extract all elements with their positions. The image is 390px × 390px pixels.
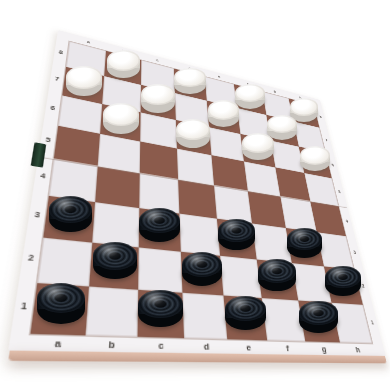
white-checker-top (208, 100, 240, 120)
white-checker-top (103, 103, 139, 125)
black-checker-top (49, 196, 92, 223)
checker-piece-black[interactable] (325, 266, 361, 296)
checker-piece-white[interactable] (66, 66, 102, 96)
black-checker-top (287, 228, 322, 250)
checker-piece-black[interactable] (258, 259, 296, 291)
white-checker-top (242, 133, 274, 153)
checker-piece-black[interactable] (287, 228, 322, 258)
black-checker-top (299, 301, 337, 325)
checker-piece-white[interactable] (235, 84, 265, 109)
checker-piece-white[interactable] (176, 119, 210, 148)
black-checker-top (139, 208, 179, 233)
checker-piece-black[interactable] (225, 296, 266, 331)
checker-piece-black[interactable] (299, 301, 337, 333)
photo-stage: 8877665544332211aabbccddeeffgghh (0, 0, 390, 390)
checker-piece-black[interactable] (218, 219, 255, 250)
checker-piece-black[interactable] (37, 283, 85, 323)
checker-piece-white[interactable] (141, 84, 175, 112)
white-checker-top (66, 66, 102, 88)
black-checker-top (182, 252, 223, 277)
checker-piece-white[interactable] (174, 68, 205, 94)
checker-piece-black[interactable] (182, 252, 223, 286)
black-checker-top (258, 259, 296, 282)
black-checker-top (225, 296, 266, 322)
white-checker-top (235, 84, 265, 102)
checker-piece-white[interactable] (242, 133, 274, 160)
white-checker-top (300, 146, 330, 165)
white-checker-top (290, 98, 318, 116)
white-checker-top (141, 84, 175, 105)
checker-piece-white[interactable] (103, 103, 139, 133)
checker-piece-black[interactable] (49, 196, 92, 232)
pieces-layer (0, 0, 390, 390)
checker-piece-black[interactable] (93, 242, 137, 279)
black-checker-top (138, 290, 182, 318)
checker-piece-black[interactable] (139, 208, 179, 242)
black-checker-top (93, 242, 137, 269)
checker-piece-white[interactable] (107, 50, 140, 78)
checker-piece-white[interactable] (208, 100, 240, 127)
checker-piece-black[interactable] (138, 290, 182, 327)
checker-piece-white[interactable] (300, 146, 330, 172)
white-checker-top (107, 50, 140, 71)
